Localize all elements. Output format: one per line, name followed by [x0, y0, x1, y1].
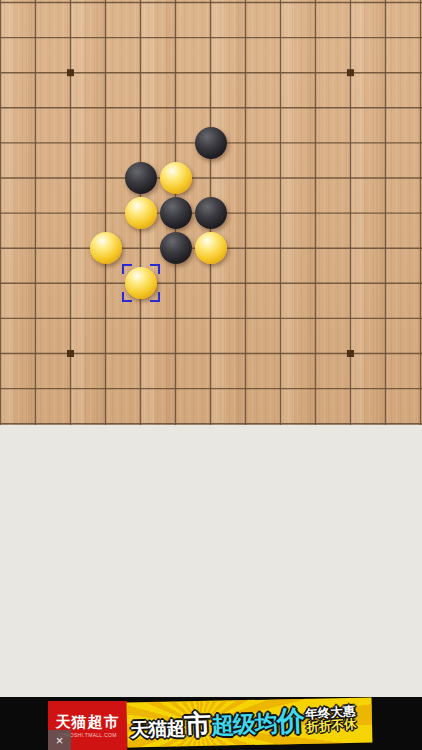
yellow-stone [90, 232, 122, 264]
gomoku-board[interactable] [0, 0, 422, 425]
app-screen: You Mobile Undo NV End 天猫超市 CHAOSHI.TMAL… [0, 0, 422, 750]
black-stone [125, 162, 157, 194]
ad-promo-line: 天猫超市 超级均价 年终大惠 折折不休 [129, 699, 356, 746]
black-stone [160, 197, 192, 229]
black-stone [195, 197, 227, 229]
ad-tagline: 年终大惠 折折不休 [305, 704, 357, 734]
control-panel: You Mobile Undo NV End [0, 425, 422, 697]
yellow-stone [125, 197, 157, 229]
yellow-stone [125, 267, 157, 299]
black-stone [195, 127, 227, 159]
black-stone [160, 232, 192, 264]
ad-promo-block[interactable]: 天猫超市 超级均价 年终大惠 折折不休 [127, 697, 373, 747]
ad-headline-text: 天猫超市 [129, 706, 210, 745]
ad-close-button[interactable]: × [48, 730, 71, 750]
yellow-stone [195, 232, 227, 264]
ad-logo-title: 天猫超市 [56, 714, 120, 730]
ad-promo-text: 超级均价 [210, 701, 304, 743]
yellow-stone [160, 162, 192, 194]
